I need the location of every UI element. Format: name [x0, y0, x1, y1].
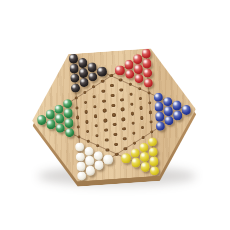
marble-green[interactable] [36, 115, 46, 125]
hole[interactable] [114, 143, 118, 147]
hole[interactable] [120, 98, 124, 102]
hole[interactable] [76, 116, 80, 120]
hole[interactable] [123, 137, 127, 141]
hole[interactable] [103, 109, 107, 113]
marble-yellow[interactable] [140, 162, 150, 172]
hole[interactable] [103, 119, 107, 123]
hole[interactable] [139, 106, 143, 110]
marble-yellow[interactable] [149, 156, 159, 166]
hole[interactable] [111, 94, 115, 98]
hole[interactable] [122, 117, 126, 121]
product-photo-stage [0, 0, 230, 230]
hole[interactable] [124, 147, 128, 151]
hole[interactable] [138, 97, 142, 101]
marble-green[interactable] [45, 110, 55, 120]
board-surface [28, 45, 201, 184]
hole[interactable] [121, 108, 125, 112]
hole[interactable] [130, 112, 134, 116]
hole[interactable] [85, 120, 89, 124]
hole[interactable] [130, 102, 134, 106]
hole[interactable] [140, 116, 144, 120]
hole[interactable] [105, 138, 109, 142]
hole[interactable] [105, 148, 109, 152]
hole[interactable] [102, 99, 106, 103]
marble-yellow[interactable] [131, 158, 141, 168]
marble-red[interactable] [142, 59, 152, 69]
hole[interactable] [129, 92, 133, 96]
marble-yellow[interactable] [130, 148, 140, 158]
marble-white[interactable] [103, 155, 113, 165]
hole[interactable] [148, 111, 152, 115]
marble-green[interactable] [64, 118, 74, 128]
marble-green[interactable] [46, 119, 56, 129]
marble-red[interactable] [115, 65, 125, 75]
chinese-checkers-board [28, 45, 201, 184]
hole[interactable] [120, 88, 124, 92]
marble-red[interactable] [124, 60, 134, 70]
marble-black[interactable] [97, 67, 107, 77]
hole[interactable] [101, 89, 105, 93]
marble-green[interactable] [55, 114, 65, 124]
hole[interactable] [148, 101, 152, 105]
marble-red[interactable] [132, 54, 142, 64]
marble-yellow[interactable] [121, 153, 131, 163]
marble-red[interactable] [133, 64, 143, 74]
hole[interactable] [132, 141, 136, 145]
hole[interactable] [111, 103, 115, 107]
hole[interactable] [112, 113, 116, 117]
hole[interactable] [115, 152, 119, 156]
marble-yellow[interactable] [139, 152, 149, 162]
